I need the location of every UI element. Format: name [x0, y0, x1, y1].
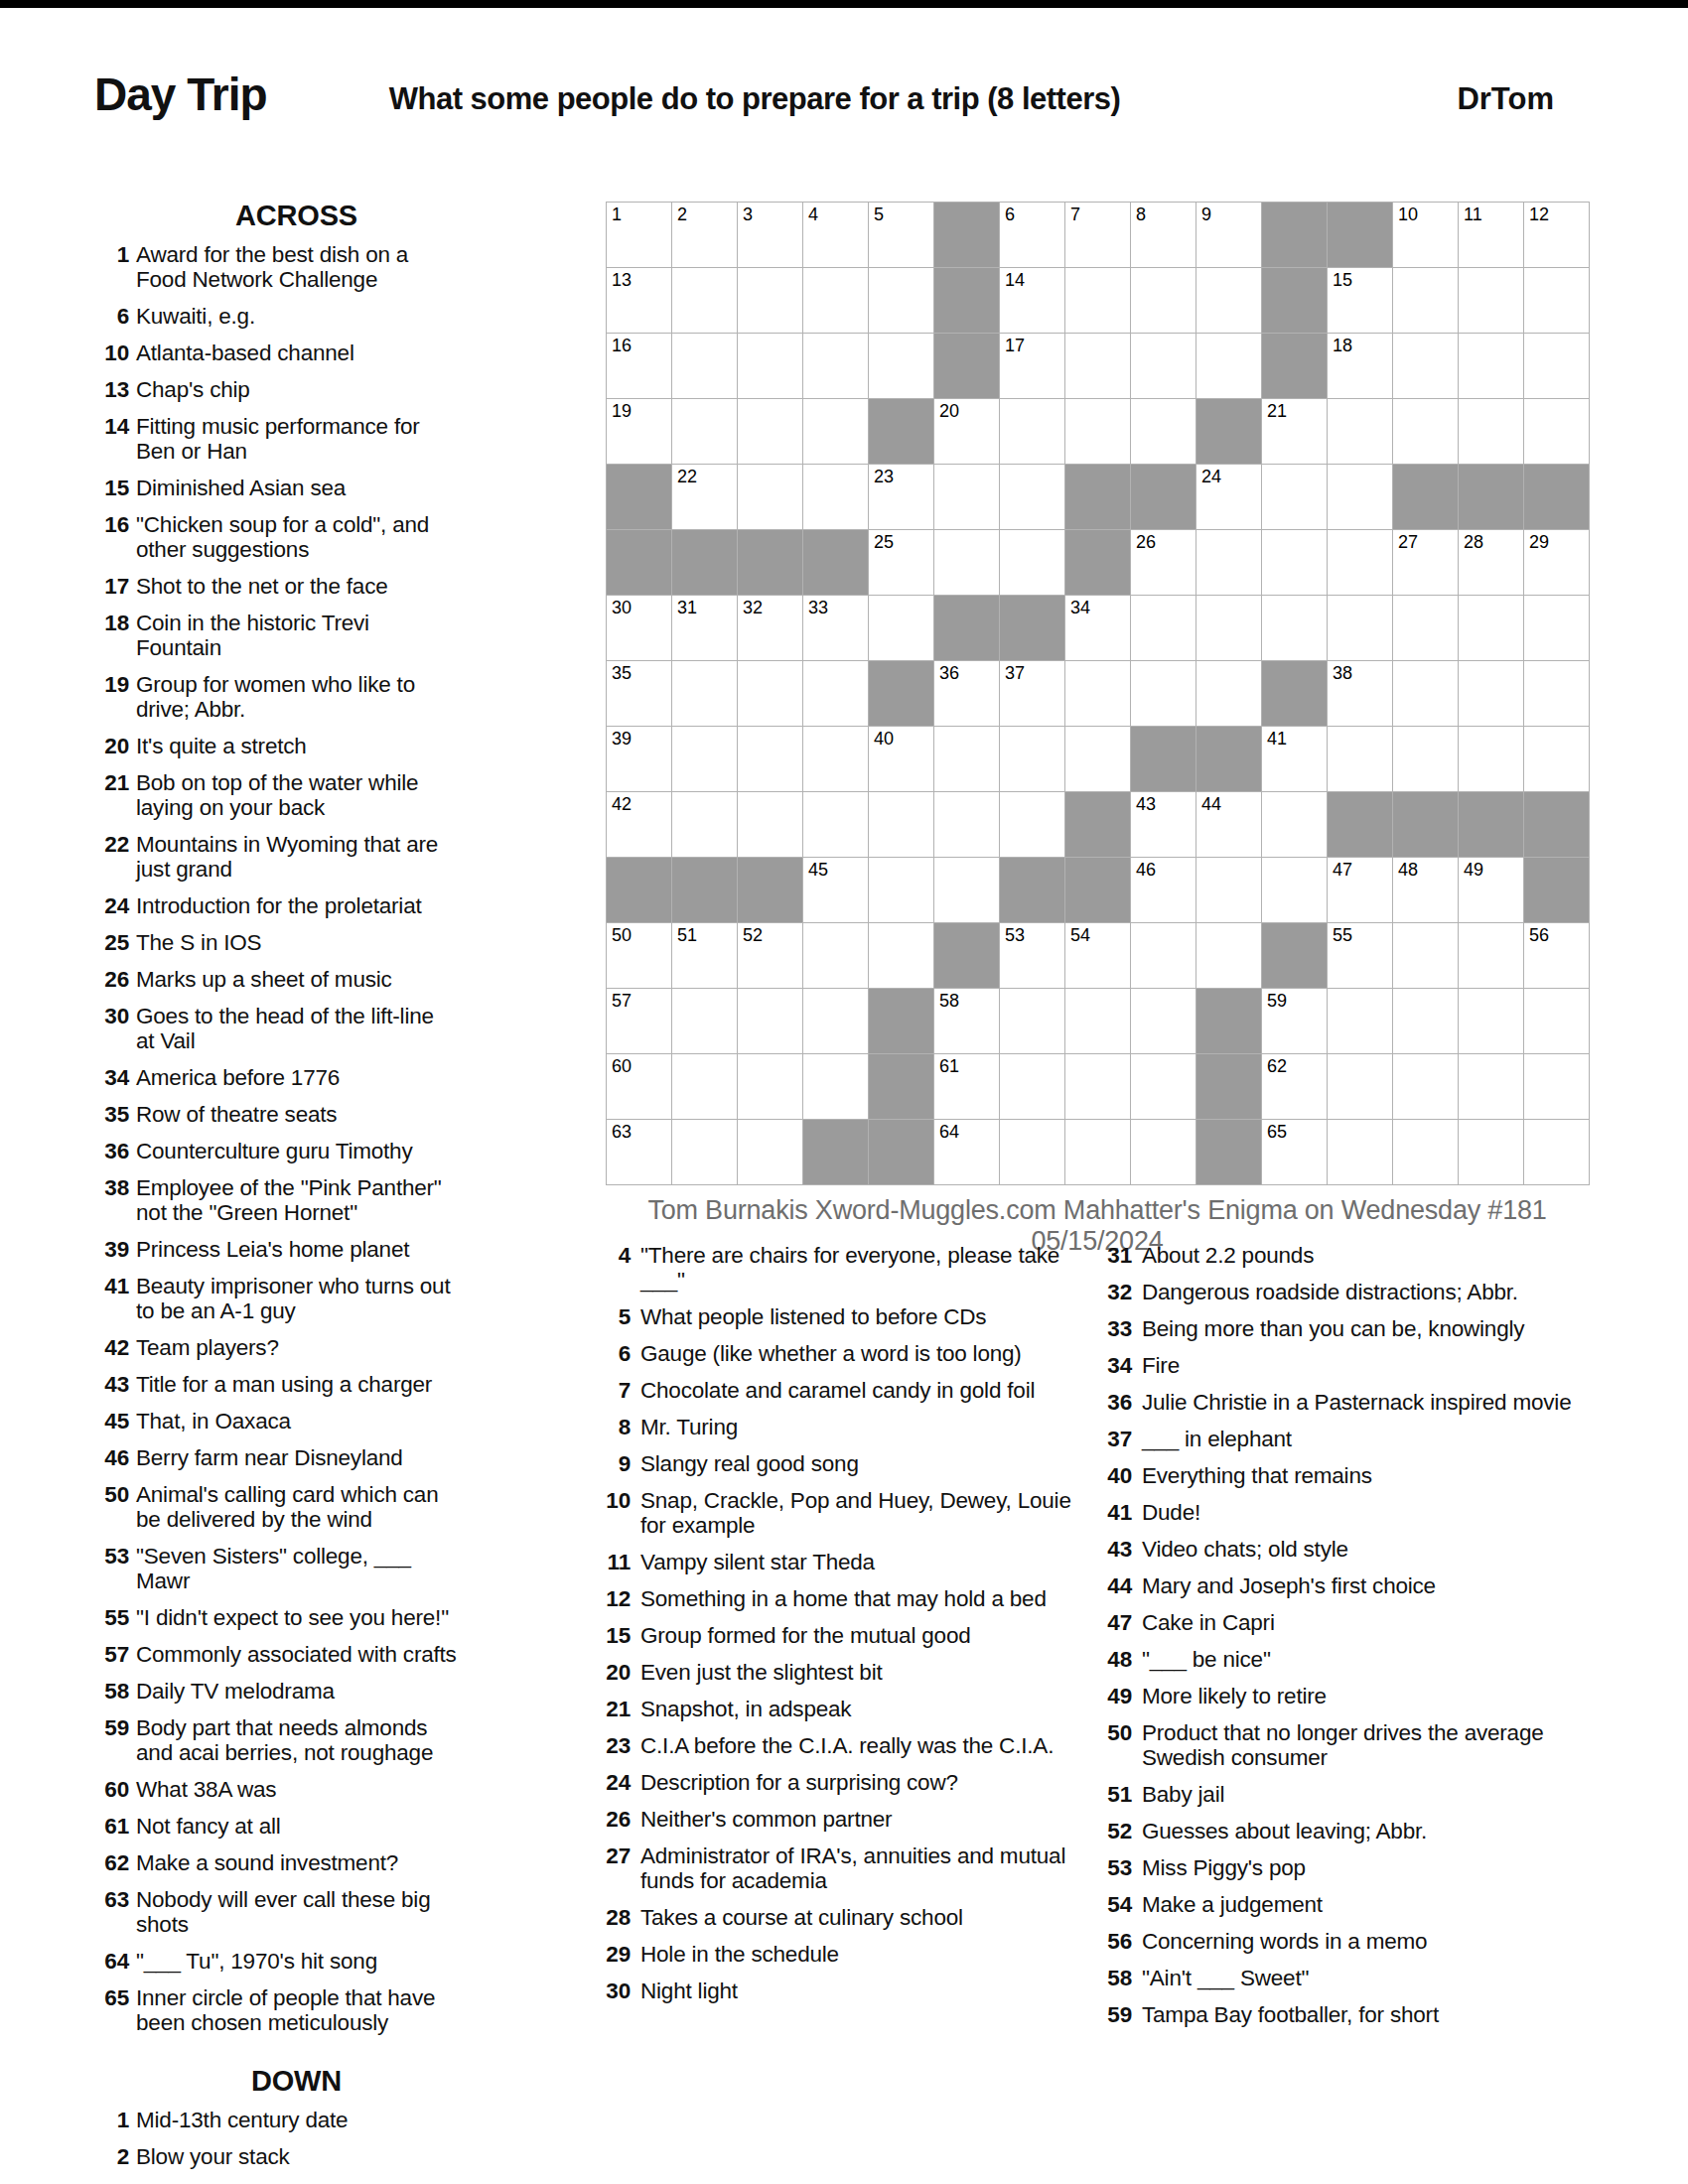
- clue-across-53: 53"Seven Sisters" college, ___ Mawr: [87, 1544, 457, 1593]
- letter-cell-r14c2[interactable]: [672, 1054, 738, 1120]
- letter-cell-r4c1[interactable]: 19: [607, 399, 672, 465]
- block-cell-r6c2: [672, 530, 738, 596]
- block-cell-r2c11: [1262, 268, 1328, 334]
- cell-number-5: 5: [874, 205, 884, 224]
- clue-text: Make a sound investment?: [136, 1850, 457, 1875]
- block-cell-r3c6: [934, 334, 1000, 399]
- letter-cell-r11c4[interactable]: 45: [803, 858, 869, 923]
- clue-number: 61: [87, 1814, 136, 1839]
- letter-cell-r14c3[interactable]: [738, 1054, 803, 1120]
- clue-down-2: 2Blow your stack: [87, 2144, 457, 2169]
- letter-cell-r4c11[interactable]: 21: [1262, 399, 1328, 465]
- letter-cell-r3c3[interactable]: [738, 334, 803, 399]
- letter-cell-r9c3[interactable]: [738, 727, 803, 792]
- letter-cell-r10c4[interactable]: [803, 792, 869, 858]
- block-cell-r14c10: [1196, 1054, 1262, 1120]
- letter-cell-r11c12[interactable]: 47: [1328, 858, 1393, 923]
- clue-number: 41: [1053, 1500, 1142, 1525]
- letter-cell-r7c13[interactable]: [1393, 596, 1459, 661]
- clue-text: "There are chairs for everyone, please t…: [640, 1243, 1087, 1293]
- clue-text: The S in IOS: [136, 930, 457, 955]
- clue-across-13: 13Chap's chip: [87, 377, 457, 402]
- clue-text: Fire: [1142, 1353, 1601, 1378]
- letter-cell-r15c1[interactable]: 63: [607, 1120, 672, 1185]
- letter-cell-r13c4[interactable]: [803, 989, 869, 1054]
- letter-cell-r10c2[interactable]: [672, 792, 738, 858]
- cell-number-63: 63: [612, 1122, 632, 1142]
- clue-across-39: 39Princess Leia's home planet: [87, 1237, 457, 1262]
- letter-cell-r8c13[interactable]: [1393, 661, 1459, 727]
- cell-number-4: 4: [808, 205, 818, 224]
- letter-cell-r4c4[interactable]: [803, 399, 869, 465]
- clue-text: Beauty imprisoner who turns out to be an…: [136, 1274, 457, 1323]
- letter-cell-r3c1[interactable]: 16: [607, 334, 672, 399]
- block-cell-r15c10: [1196, 1120, 1262, 1185]
- scan-edge-artifact: [0, 0, 1688, 8]
- cell-number-44: 44: [1201, 794, 1221, 814]
- letter-cell-r2c5[interactable]: [869, 268, 934, 334]
- letter-cell-r12c5[interactable]: [869, 923, 934, 989]
- clue-text: Group formed for the mutual good: [640, 1623, 1087, 1648]
- clue-down-30: 30Night light: [551, 1979, 1087, 2003]
- block-cell-r6c3: [738, 530, 803, 596]
- clue-across-22: 22Mountains in Wyoming that are just gra…: [87, 832, 457, 882]
- letter-cell-r3c15[interactable]: [1524, 334, 1590, 399]
- letter-cell-r3c9[interactable]: [1131, 334, 1196, 399]
- letter-cell-r12c12[interactable]: 55: [1328, 923, 1393, 989]
- letter-cell-r14c4[interactable]: [803, 1054, 869, 1120]
- letter-cell-r7c2[interactable]: 31: [672, 596, 738, 661]
- letter-cell-r4c2[interactable]: [672, 399, 738, 465]
- clue-number: 41: [87, 1274, 136, 1323]
- letter-cell-r14c14[interactable]: [1459, 1054, 1524, 1120]
- clue-across-14: 14Fitting music performance for Ben or H…: [87, 414, 457, 464]
- letter-cell-r2c13[interactable]: [1393, 268, 1459, 334]
- block-cell-r10c15: [1524, 792, 1590, 858]
- cell-number-37: 37: [1005, 663, 1025, 683]
- clue-text: Body part that needs almonds and acai be…: [136, 1715, 457, 1765]
- letter-cell-r14c9[interactable]: [1131, 1054, 1196, 1120]
- letter-cell-r15c14[interactable]: [1459, 1120, 1524, 1185]
- letter-cell-r7c10[interactable]: [1196, 596, 1262, 661]
- letter-cell-r8c7[interactable]: 37: [1000, 661, 1065, 727]
- letter-cell-r3c14[interactable]: [1459, 334, 1524, 399]
- letter-cell-r7c8[interactable]: 34: [1065, 596, 1131, 661]
- clue-number: 2: [87, 2144, 136, 2169]
- clue-number: 46: [87, 1445, 136, 1470]
- clue-text: "Seven Sisters" college, ___ Mawr: [136, 1544, 457, 1593]
- letter-cell-r3c5[interactable]: [869, 334, 934, 399]
- letter-cell-r2c7[interactable]: 14: [1000, 268, 1065, 334]
- letter-cell-r9c4[interactable]: [803, 727, 869, 792]
- letter-cell-r8c12[interactable]: 38: [1328, 661, 1393, 727]
- letter-cell-r6c14[interactable]: 28: [1459, 530, 1524, 596]
- block-cell-r5c9: [1131, 465, 1196, 530]
- block-cell-r11c7: [1000, 858, 1065, 923]
- clue-number: 65: [87, 1985, 136, 2035]
- letter-cell-r10c1[interactable]: 42: [607, 792, 672, 858]
- letter-cell-r13c12[interactable]: [1328, 989, 1393, 1054]
- letter-cell-r6c11[interactable]: [1262, 530, 1328, 596]
- letter-cell-r3c7[interactable]: 17: [1000, 334, 1065, 399]
- block-cell-r4c10: [1196, 399, 1262, 465]
- letter-cell-r15c12[interactable]: [1328, 1120, 1393, 1185]
- letter-cell-r10c9[interactable]: 43: [1131, 792, 1196, 858]
- clue-text: Neither's common partner: [640, 1807, 1087, 1832]
- clue-number: 64: [87, 1949, 136, 1974]
- clue-text: That, in Oaxaca: [136, 1409, 457, 1433]
- letter-cell-r7c1[interactable]: 30: [607, 596, 672, 661]
- cell-number-46: 46: [1136, 860, 1156, 880]
- letter-cell-r2c10[interactable]: [1196, 268, 1262, 334]
- block-cell-r10c14: [1459, 792, 1524, 858]
- letter-cell-r4c9[interactable]: [1131, 399, 1196, 465]
- letter-cell-r2c3[interactable]: [738, 268, 803, 334]
- letter-cell-r4c14[interactable]: [1459, 399, 1524, 465]
- block-cell-r6c1: [607, 530, 672, 596]
- letter-cell-r14c6[interactable]: 61: [934, 1054, 1000, 1120]
- clue-down-36: 36Julie Christie in a Pasternack inspire…: [1053, 1390, 1601, 1415]
- clue-down-32: 32Dangerous roadside distractions; Abbr.: [1053, 1280, 1601, 1304]
- clue-across-63: 63Nobody will ever call these big shots: [87, 1887, 457, 1937]
- cell-number-10: 10: [1398, 205, 1418, 224]
- block-cell-r6c8: [1065, 530, 1131, 596]
- clue-across-10: 10Atlanta-based channel: [87, 341, 457, 365]
- clue-down-15: 15Group formed for the mutual good: [551, 1623, 1087, 1648]
- letter-cell-r8c1[interactable]: 35: [607, 661, 672, 727]
- letter-cell-r7c11[interactable]: [1262, 596, 1328, 661]
- clue-text: Group for women who like to drive; Abbr.: [136, 672, 457, 722]
- letter-cell-r12c13[interactable]: [1393, 923, 1459, 989]
- letter-cell-r15c7[interactable]: [1000, 1120, 1065, 1185]
- letter-cell-r9c2[interactable]: [672, 727, 738, 792]
- cell-number-25: 25: [874, 532, 894, 552]
- letter-cell-r7c14[interactable]: [1459, 596, 1524, 661]
- clue-down-58: 58"Ain't ___ Sweet": [1053, 1966, 1601, 1990]
- letter-cell-r7c5[interactable]: [869, 596, 934, 661]
- letter-cell-r7c15[interactable]: [1524, 596, 1590, 661]
- letter-cell-r12c2[interactable]: 51: [672, 923, 738, 989]
- letter-cell-r10c6[interactable]: [934, 792, 1000, 858]
- cell-number-23: 23: [874, 467, 894, 486]
- letter-cell-r8c9[interactable]: [1131, 661, 1196, 727]
- letter-cell-r13c2[interactable]: [672, 989, 738, 1054]
- letter-cell-r12c7[interactable]: 53: [1000, 923, 1065, 989]
- letter-cell-r15c3[interactable]: [738, 1120, 803, 1185]
- letter-cell-r9c7[interactable]: [1000, 727, 1065, 792]
- letter-cell-r1c8[interactable]: 7: [1065, 203, 1131, 268]
- letter-cell-r11c5[interactable]: [869, 858, 934, 923]
- clue-number: 36: [1053, 1390, 1142, 1415]
- letter-cell-r9c8[interactable]: [1065, 727, 1131, 792]
- cell-number-33: 33: [808, 598, 828, 617]
- letter-cell-r5c10[interactable]: 24: [1196, 465, 1262, 530]
- clue-text: Hole in the schedule: [640, 1942, 1087, 1967]
- block-cell-r7c7: [1000, 596, 1065, 661]
- clue-text: Employee of the "Pink Panther" not the "…: [136, 1175, 457, 1225]
- clue-text: C.I.A before the C.I.A. really was the C…: [640, 1733, 1087, 1758]
- clue-text: Miss Piggy's pop: [1142, 1855, 1601, 1880]
- letter-cell-r11c13[interactable]: 48: [1393, 858, 1459, 923]
- cell-number-55: 55: [1333, 925, 1352, 945]
- letter-cell-r9c6[interactable]: [934, 727, 1000, 792]
- letter-cell-r10c10[interactable]: 44: [1196, 792, 1262, 858]
- cell-number-43: 43: [1136, 794, 1156, 814]
- letter-cell-r2c14[interactable]: [1459, 268, 1524, 334]
- crossword-grid: 1234567891011121314151617181920212223242…: [606, 202, 1590, 1185]
- letter-cell-r8c6[interactable]: 36: [934, 661, 1000, 727]
- letter-cell-r4c7[interactable]: [1000, 399, 1065, 465]
- letter-cell-r15c13[interactable]: [1393, 1120, 1459, 1185]
- letter-cell-r1c9[interactable]: 8: [1131, 203, 1196, 268]
- block-cell-r9c10: [1196, 727, 1262, 792]
- clue-number: 51: [1053, 1782, 1142, 1807]
- letter-cell-r14c7[interactable]: [1000, 1054, 1065, 1120]
- letter-cell-r14c11[interactable]: 62: [1262, 1054, 1328, 1120]
- letter-cell-r4c6[interactable]: 20: [934, 399, 1000, 465]
- letter-cell-r15c15[interactable]: [1524, 1120, 1590, 1185]
- letter-cell-r4c15[interactable]: [1524, 399, 1590, 465]
- clue-text: Guesses about leaving; Abbr.: [1142, 1819, 1601, 1843]
- letter-cell-r10c3[interactable]: [738, 792, 803, 858]
- clue-text: Slangy real good song: [640, 1451, 1087, 1476]
- clue-text: Nobody will ever call these big shots: [136, 1887, 457, 1937]
- letter-cell-r5c11[interactable]: [1262, 465, 1328, 530]
- letter-cell-r13c11[interactable]: 59: [1262, 989, 1328, 1054]
- letter-cell-r2c8[interactable]: [1065, 268, 1131, 334]
- letter-cell-r4c8[interactable]: [1065, 399, 1131, 465]
- letter-cell-r14c15[interactable]: [1524, 1054, 1590, 1120]
- cell-number-60: 60: [612, 1056, 632, 1076]
- letter-cell-r2c4[interactable]: [803, 268, 869, 334]
- clue-number: 33: [1053, 1316, 1142, 1341]
- letter-cell-r15c8[interactable]: [1065, 1120, 1131, 1185]
- clue-text: Team players?: [136, 1335, 457, 1360]
- letter-cell-r15c2[interactable]: [672, 1120, 738, 1185]
- clue-number: 25: [87, 930, 136, 955]
- letter-cell-r7c4[interactable]: 33: [803, 596, 869, 661]
- letter-cell-r5c2[interactable]: 22: [672, 465, 738, 530]
- cell-number-35: 35: [612, 663, 632, 683]
- clue-number: 22: [87, 832, 136, 882]
- letter-cell-r3c12[interactable]: 18: [1328, 334, 1393, 399]
- letter-cell-r12c4[interactable]: [803, 923, 869, 989]
- letter-cell-r6c12[interactable]: [1328, 530, 1393, 596]
- letter-cell-r1c15[interactable]: 12: [1524, 203, 1590, 268]
- clue-down-21: 21Snapshot, in adspeak: [551, 1697, 1087, 1721]
- letter-cell-r2c1[interactable]: 13: [607, 268, 672, 334]
- clue-text: "___ Tu", 1970's hit song: [136, 1949, 457, 1974]
- clue-number: 8: [551, 1415, 640, 1439]
- letter-cell-r8c15[interactable]: [1524, 661, 1590, 727]
- letter-cell-r5c7[interactable]: [1000, 465, 1065, 530]
- clue-down-28: 28Takes a course at culinary school: [551, 1905, 1087, 1930]
- letter-cell-r14c12[interactable]: [1328, 1054, 1393, 1120]
- clue-across-17: 17Shot to the net or the face: [87, 574, 457, 599]
- letter-cell-r8c4[interactable]: [803, 661, 869, 727]
- letter-cell-r8c3[interactable]: [738, 661, 803, 727]
- block-cell-r8c11: [1262, 661, 1328, 727]
- letter-cell-r11c10[interactable]: [1196, 858, 1262, 923]
- clue-text: Mr. Turing: [640, 1415, 1087, 1439]
- clue-text: Even just the slightest bit: [640, 1660, 1087, 1685]
- letter-cell-r12c1[interactable]: 50: [607, 923, 672, 989]
- clue-number: 30: [87, 1004, 136, 1053]
- letter-cell-r7c9[interactable]: [1131, 596, 1196, 661]
- cell-number-50: 50: [612, 925, 632, 945]
- letter-cell-r13c8[interactable]: [1065, 989, 1131, 1054]
- letter-cell-r10c5[interactable]: [869, 792, 934, 858]
- letter-cell-r8c14[interactable]: [1459, 661, 1524, 727]
- letter-cell-r10c7[interactable]: [1000, 792, 1065, 858]
- clue-number: 1: [87, 2108, 136, 2132]
- author-byline: DrTom: [1457, 81, 1554, 117]
- clue-text: Chap's chip: [136, 377, 457, 402]
- clue-text: Blow your stack: [136, 2144, 457, 2169]
- letter-cell-r8c8[interactable]: [1065, 661, 1131, 727]
- letter-cell-r1c4[interactable]: 4: [803, 203, 869, 268]
- letter-cell-r4c13[interactable]: [1393, 399, 1459, 465]
- letter-cell-r9c5[interactable]: 40: [869, 727, 934, 792]
- letter-cell-r13c1[interactable]: 57: [607, 989, 672, 1054]
- letter-cell-r7c12[interactable]: [1328, 596, 1393, 661]
- clue-text: Snap, Crackle, Pop and Huey, Dewey, Loui…: [640, 1488, 1087, 1538]
- cell-number-19: 19: [612, 401, 632, 421]
- block-cell-r10c12: [1328, 792, 1393, 858]
- letter-cell-r3c10[interactable]: [1196, 334, 1262, 399]
- clue-across-26: 26Marks up a sheet of music: [87, 967, 457, 992]
- clue-down-24: 24Description for a surprising cow?: [551, 1770, 1087, 1795]
- letter-cell-r10c11[interactable]: [1262, 792, 1328, 858]
- letter-cell-r12c14[interactable]: [1459, 923, 1524, 989]
- letter-cell-r8c2[interactable]: [672, 661, 738, 727]
- clue-text: Goes to the head of the lift-line at Vai…: [136, 1004, 457, 1053]
- letter-cell-r14c13[interactable]: [1393, 1054, 1459, 1120]
- letter-cell-r6c7[interactable]: [1000, 530, 1065, 596]
- clue-text: Marks up a sheet of music: [136, 967, 457, 992]
- clue-number: 37: [1053, 1427, 1142, 1451]
- letter-cell-r15c6[interactable]: 64: [934, 1120, 1000, 1185]
- letter-cell-r9c12[interactable]: [1328, 727, 1393, 792]
- letter-cell-r12c9[interactable]: [1131, 923, 1196, 989]
- clue-number: 17: [87, 574, 136, 599]
- letter-cell-r9c15[interactable]: [1524, 727, 1590, 792]
- letter-cell-r6c6[interactable]: [934, 530, 1000, 596]
- clue-across-19: 19Group for women who like to drive; Abb…: [87, 672, 457, 722]
- letter-cell-r5c3[interactable]: [738, 465, 803, 530]
- letter-cell-r12c8[interactable]: 54: [1065, 923, 1131, 989]
- letter-cell-r5c12[interactable]: [1328, 465, 1393, 530]
- letter-cell-r12c3[interactable]: 52: [738, 923, 803, 989]
- letter-cell-r15c9[interactable]: [1131, 1120, 1196, 1185]
- clue-number: 20: [551, 1660, 640, 1685]
- letter-cell-r1c1[interactable]: 1: [607, 203, 672, 268]
- letter-cell-r11c6[interactable]: [934, 858, 1000, 923]
- letter-cell-r1c5[interactable]: 5: [869, 203, 934, 268]
- letter-cell-r1c3[interactable]: 3: [738, 203, 803, 268]
- letter-cell-r1c13[interactable]: 10: [1393, 203, 1459, 268]
- letter-cell-r11c14[interactable]: 49: [1459, 858, 1524, 923]
- letter-cell-r13c15[interactable]: [1524, 989, 1590, 1054]
- clue-down-43: 43Video chats; old style: [1053, 1537, 1601, 1562]
- letter-cell-r6c13[interactable]: 27: [1393, 530, 1459, 596]
- block-cell-r11c8: [1065, 858, 1131, 923]
- letter-cell-r5c4[interactable]: [803, 465, 869, 530]
- letter-cell-r13c7[interactable]: [1000, 989, 1065, 1054]
- clue-number: 55: [87, 1605, 136, 1630]
- down-clue-list-right: 31About 2.2 pounds32Dangerous roadside d…: [1053, 1243, 1601, 2027]
- down-column-right: 31About 2.2 pounds32Dangerous roadside d…: [1053, 1243, 1601, 2039]
- letter-cell-r1c7[interactable]: 6: [1000, 203, 1065, 268]
- letter-cell-r5c5[interactable]: 23: [869, 465, 934, 530]
- letter-cell-r9c13[interactable]: [1393, 727, 1459, 792]
- letter-cell-r8c10[interactable]: [1196, 661, 1262, 727]
- letter-cell-r13c13[interactable]: [1393, 989, 1459, 1054]
- clue-text: Being more than you can be, knowingly: [1142, 1316, 1601, 1341]
- letter-cell-r6c10[interactable]: [1196, 530, 1262, 596]
- letter-cell-r9c11[interactable]: 41: [1262, 727, 1328, 792]
- block-cell-r4c5: [869, 399, 934, 465]
- clue-down-49: 49More likely to retire: [1053, 1684, 1601, 1708]
- clue-text: Takes a course at culinary school: [640, 1905, 1087, 1930]
- letter-cell-r11c11[interactable]: [1262, 858, 1328, 923]
- letter-cell-r5c6[interactable]: [934, 465, 1000, 530]
- letter-cell-r11c9[interactable]: 46: [1131, 858, 1196, 923]
- letter-cell-r2c15[interactable]: [1524, 268, 1590, 334]
- letter-cell-r1c10[interactable]: 9: [1196, 203, 1262, 268]
- letter-cell-r1c14[interactable]: 11: [1459, 203, 1524, 268]
- letter-cell-r13c14[interactable]: [1459, 989, 1524, 1054]
- letter-cell-r6c9[interactable]: 26: [1131, 530, 1196, 596]
- letter-cell-r3c8[interactable]: [1065, 334, 1131, 399]
- letter-cell-r13c9[interactable]: [1131, 989, 1196, 1054]
- letter-cell-r4c3[interactable]: [738, 399, 803, 465]
- letter-cell-r13c6[interactable]: 58: [934, 989, 1000, 1054]
- cell-number-62: 62: [1267, 1056, 1287, 1076]
- clue-number: 52: [1053, 1819, 1142, 1843]
- cell-number-48: 48: [1398, 860, 1418, 880]
- letter-cell-r9c14[interactable]: [1459, 727, 1524, 792]
- letter-cell-r14c8[interactable]: [1065, 1054, 1131, 1120]
- letter-cell-r3c13[interactable]: [1393, 334, 1459, 399]
- letter-cell-r6c15[interactable]: 29: [1524, 530, 1590, 596]
- letter-cell-r2c9[interactable]: [1131, 268, 1196, 334]
- clue-across-30: 30Goes to the head of the lift-line at V…: [87, 1004, 457, 1053]
- clue-number: 34: [87, 1065, 136, 1090]
- letter-cell-r4c12[interactable]: [1328, 399, 1393, 465]
- clue-number: 10: [551, 1488, 640, 1538]
- letter-cell-r12c15[interactable]: 56: [1524, 923, 1590, 989]
- letter-cell-r15c11[interactable]: 65: [1262, 1120, 1328, 1185]
- letter-cell-r2c12[interactable]: 15: [1328, 268, 1393, 334]
- block-cell-r1c12: [1328, 203, 1393, 268]
- letter-cell-r7c3[interactable]: 32: [738, 596, 803, 661]
- clue-text: Everything that remains: [1142, 1463, 1601, 1488]
- clue-text: Title for a man using a charger: [136, 1372, 457, 1397]
- letter-cell-r14c1[interactable]: 60: [607, 1054, 672, 1120]
- clue-across-58: 58Daily TV melodrama: [87, 1679, 457, 1704]
- clue-across-60: 60What 38A was: [87, 1777, 457, 1802]
- letter-cell-r1c2[interactable]: 2: [672, 203, 738, 268]
- letter-cell-r9c1[interactable]: 39: [607, 727, 672, 792]
- cell-number-64: 64: [939, 1122, 959, 1142]
- letter-cell-r2c2[interactable]: [672, 268, 738, 334]
- letter-cell-r6c5[interactable]: 25: [869, 530, 934, 596]
- letter-cell-r3c4[interactable]: [803, 334, 869, 399]
- letter-cell-r12c10[interactable]: [1196, 923, 1262, 989]
- letter-cell-r3c2[interactable]: [672, 334, 738, 399]
- letter-cell-r13c3[interactable]: [738, 989, 803, 1054]
